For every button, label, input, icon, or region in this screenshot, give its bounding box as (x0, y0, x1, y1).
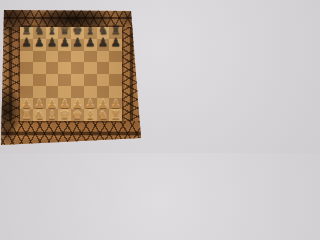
board-square[interactable]: ♟ (20, 39, 33, 51)
board-square[interactable]: ♟ (109, 39, 122, 51)
board-square[interactable]: ♟ (33, 39, 46, 51)
board-square[interactable] (46, 62, 59, 74)
board-square[interactable] (58, 62, 71, 74)
chess-piece[interactable]: ♞ (34, 110, 44, 122)
board-square[interactable] (109, 51, 122, 63)
board-square[interactable]: ♟ (46, 39, 59, 51)
chess-piece[interactable]: ♟ (98, 37, 108, 49)
playing-surface: ♜♞♝♛♚♝♞♜♟♟♟♟♟♟♟♟♟♟♟♟♟♟♟♟♜♞♝♛♚♝♞♜ (20, 27, 122, 121)
board-square[interactable] (84, 51, 97, 63)
board-square[interactable]: ♞ (33, 109, 46, 121)
board-square[interactable]: ♝ (84, 109, 97, 121)
chess-piece[interactable]: ♜ (110, 110, 120, 122)
frame-carving-right (122, 27, 141, 121)
chess-piece[interactable]: ♟ (59, 37, 69, 49)
board-square[interactable] (84, 62, 97, 74)
chess-piece[interactable]: ♟ (34, 37, 44, 49)
board-square[interactable] (58, 51, 71, 63)
board-square[interactable]: ♜ (109, 109, 122, 121)
board-square[interactable]: ♟ (58, 39, 71, 51)
board-square[interactable] (33, 74, 46, 86)
board-square[interactable] (97, 62, 110, 74)
board-square[interactable]: ♛ (58, 109, 71, 121)
chess-piece[interactable]: ♝ (85, 110, 95, 122)
board-square[interactable] (33, 62, 46, 74)
chess-piece[interactable]: ♚ (72, 110, 82, 122)
board-square[interactable] (20, 62, 33, 74)
board-square[interactable]: ♟ (71, 39, 84, 51)
board-square[interactable] (71, 51, 84, 63)
burn-mark-bottom-left (0, 125, 17, 143)
board-grid: ♜♞♝♛♚♝♞♜♟♟♟♟♟♟♟♟♟♟♟♟♟♟♟♟♜♞♝♛♚♝♞♜ (20, 27, 122, 121)
chess-piece[interactable]: ♟ (47, 37, 57, 49)
board-square[interactable] (97, 51, 110, 63)
burn-mark-left (0, 87, 20, 135)
board-square[interactable] (71, 62, 84, 74)
board-square[interactable] (20, 74, 33, 86)
board-square[interactable] (109, 74, 122, 86)
board-square[interactable]: ♝ (46, 109, 59, 121)
board-square[interactable] (109, 62, 122, 74)
chess-piece[interactable]: ♟ (110, 37, 120, 49)
board-square[interactable]: ♞ (97, 109, 110, 121)
board-square[interactable] (46, 51, 59, 63)
photo-background: { "game": "chess", "description": "Overh… (0, 0, 142, 153)
chess-piece[interactable]: ♜ (21, 110, 31, 122)
board-square[interactable]: ♚ (71, 109, 84, 121)
chess-piece[interactable]: ♟ (85, 37, 95, 49)
board-square[interactable] (71, 74, 84, 86)
chess-piece[interactable]: ♛ (59, 110, 69, 122)
chess-board: ♜♞♝♛♚♝♞♜♟♟♟♟♟♟♟♟♟♟♟♟♟♟♟♟♜♞♝♛♚♝♞♜ (1, 9, 141, 146)
board-square[interactable] (84, 74, 97, 86)
chess-piece[interactable]: ♟ (21, 37, 31, 49)
board-square[interactable] (33, 51, 46, 63)
board-square[interactable]: ♜ (20, 109, 33, 121)
board-square[interactable] (46, 74, 59, 86)
chess-piece[interactable]: ♝ (47, 110, 57, 122)
frame-carving-bottom (1, 121, 141, 146)
chess-piece[interactable]: ♞ (98, 110, 108, 122)
board-square[interactable] (58, 74, 71, 86)
board-square[interactable]: ♟ (97, 39, 110, 51)
board-square[interactable] (20, 51, 33, 63)
chess-piece[interactable]: ♟ (72, 37, 82, 49)
board-square[interactable] (97, 74, 110, 86)
board-square[interactable]: ♟ (84, 39, 97, 51)
frame-carving-left (1, 27, 20, 121)
